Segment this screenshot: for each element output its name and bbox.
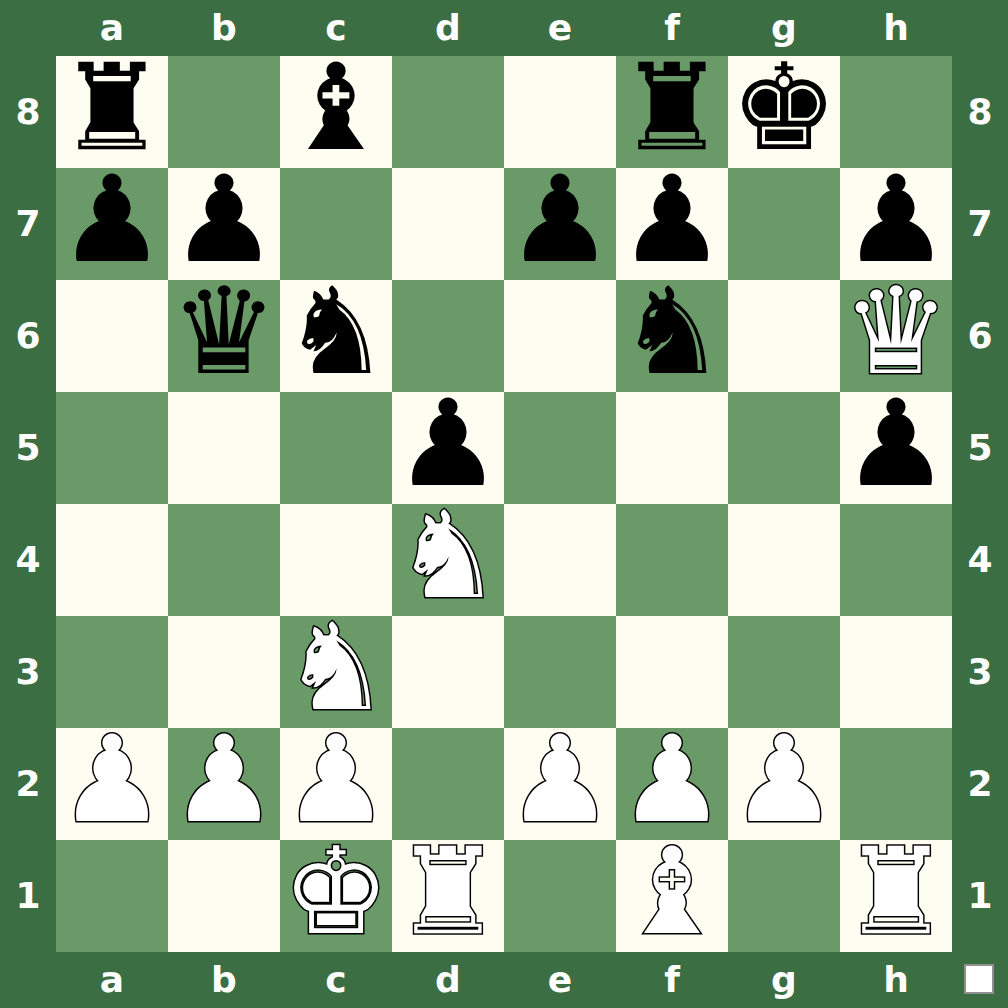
square-d8[interactable]	[392, 56, 504, 168]
piece-white-rook[interactable]: ♜	[394, 832, 502, 952]
piece-black-knight[interactable]: ♞	[282, 272, 390, 392]
square-h4[interactable]	[840, 504, 952, 616]
square-d7[interactable]	[392, 168, 504, 280]
piece-black-pawn[interactable]: ♟	[842, 384, 950, 504]
square-g8[interactable]: ♚	[728, 56, 840, 168]
piece-white-pawn[interactable]: ♟	[170, 720, 278, 840]
chess-board-widget: a b c d e f g h 8 7 6 5 4 3 2 1 ♜♝♜♚♟♟♟♟…	[0, 0, 1008, 1008]
file-label-d-top: d	[392, 0, 504, 56]
piece-white-pawn[interactable]: ♟	[58, 720, 166, 840]
file-labels-bottom: a b c d e f g h	[56, 952, 952, 1008]
square-a1[interactable]	[56, 840, 168, 952]
file-label-b-top: b	[168, 0, 280, 56]
square-c5[interactable]	[280, 392, 392, 504]
square-f4[interactable]	[616, 504, 728, 616]
piece-white-bishop[interactable]: ♝	[618, 832, 726, 952]
square-b5[interactable]	[168, 392, 280, 504]
piece-white-pawn[interactable]: ♟	[730, 720, 838, 840]
rank-label-4-right: 4	[952, 504, 1008, 616]
rank-label-7-left: 7	[0, 168, 56, 280]
piece-black-pawn[interactable]: ♟	[506, 160, 614, 280]
square-f5[interactable]	[616, 392, 728, 504]
square-a7[interactable]: ♟	[56, 168, 168, 280]
rank-label-5-left: 5	[0, 392, 56, 504]
rank-label-2-right: 2	[952, 728, 1008, 840]
file-label-e-bottom: e	[504, 952, 616, 1008]
file-label-f-bottom: f	[616, 952, 728, 1008]
square-f1[interactable]: ♝	[616, 840, 728, 952]
square-b2[interactable]: ♟	[168, 728, 280, 840]
rank-labels-left: 8 7 6 5 4 3 2 1	[0, 56, 56, 952]
piece-black-knight[interactable]: ♞	[618, 272, 726, 392]
square-d4[interactable]: ♞	[392, 504, 504, 616]
piece-black-king[interactable]: ♚	[730, 48, 838, 168]
piece-black-pawn[interactable]: ♟	[58, 160, 166, 280]
rank-labels-right: 8 7 6 5 4 3 2 1	[952, 56, 1008, 952]
file-label-h-top: h	[840, 0, 952, 56]
square-g2[interactable]: ♟	[728, 728, 840, 840]
rank-label-3-left: 3	[0, 616, 56, 728]
rank-label-3-right: 3	[952, 616, 1008, 728]
square-g5[interactable]	[728, 392, 840, 504]
piece-white-knight[interactable]: ♞	[394, 496, 502, 616]
square-e2[interactable]: ♟	[504, 728, 616, 840]
rank-label-8-left: 8	[0, 56, 56, 168]
square-f6[interactable]: ♞	[616, 280, 728, 392]
piece-black-bishop[interactable]: ♝	[282, 48, 390, 168]
square-g6[interactable]	[728, 280, 840, 392]
file-label-h-bottom: h	[840, 952, 952, 1008]
file-label-b-bottom: b	[168, 952, 280, 1008]
rank-label-8-right: 8	[952, 56, 1008, 168]
file-label-c-bottom: c	[280, 952, 392, 1008]
square-e7[interactable]: ♟	[504, 168, 616, 280]
file-label-g-bottom: g	[728, 952, 840, 1008]
square-d1[interactable]: ♜	[392, 840, 504, 952]
square-g4[interactable]	[728, 504, 840, 616]
rank-label-6-right: 6	[952, 280, 1008, 392]
file-label-d-bottom: d	[392, 952, 504, 1008]
square-h1[interactable]: ♜	[840, 840, 952, 952]
square-b4[interactable]	[168, 504, 280, 616]
square-e6[interactable]	[504, 280, 616, 392]
square-b6[interactable]: ♛	[168, 280, 280, 392]
square-c1[interactable]: ♚	[280, 840, 392, 952]
square-g1[interactable]	[728, 840, 840, 952]
square-e4[interactable]	[504, 504, 616, 616]
file-label-a-bottom: a	[56, 952, 168, 1008]
rank-label-2-left: 2	[0, 728, 56, 840]
rank-label-4-left: 4	[0, 504, 56, 616]
square-a5[interactable]	[56, 392, 168, 504]
square-e5[interactable]	[504, 392, 616, 504]
white-to-move-indicator	[964, 964, 994, 994]
square-h5[interactable]: ♟	[840, 392, 952, 504]
piece-white-rook[interactable]: ♜	[842, 832, 950, 952]
square-a6[interactable]	[56, 280, 168, 392]
square-a4[interactable]	[56, 504, 168, 616]
square-b1[interactable]	[168, 840, 280, 952]
square-e1[interactable]	[504, 840, 616, 952]
rank-label-1-right: 1	[952, 840, 1008, 952]
rank-label-7-right: 7	[952, 168, 1008, 280]
square-g7[interactable]	[728, 168, 840, 280]
file-label-e-top: e	[504, 0, 616, 56]
square-c8[interactable]: ♝	[280, 56, 392, 168]
piece-white-pawn[interactable]: ♟	[506, 720, 614, 840]
rank-label-6-left: 6	[0, 280, 56, 392]
piece-black-queen[interactable]: ♛	[170, 272, 278, 392]
square-h3[interactable]	[840, 616, 952, 728]
chess-board: ♜♝♜♚♟♟♟♟♟♛♞♞♛♟♟♞♞♟♟♟♟♟♟♚♜♝♜	[56, 56, 952, 952]
piece-white-king[interactable]: ♚	[282, 832, 390, 952]
square-a2[interactable]: ♟	[56, 728, 168, 840]
rank-label-1-left: 1	[0, 840, 56, 952]
square-d3[interactable]	[392, 616, 504, 728]
rank-label-5-right: 5	[952, 392, 1008, 504]
square-c6[interactable]: ♞	[280, 280, 392, 392]
